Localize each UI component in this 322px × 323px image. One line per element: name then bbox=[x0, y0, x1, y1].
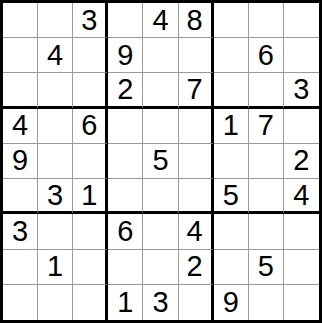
cell-r4c7-given[interactable]: 1 bbox=[214, 109, 249, 144]
cell-r8c8-given[interactable]: 5 bbox=[249, 250, 284, 285]
cell-r4c4[interactable] bbox=[108, 109, 143, 144]
cell-r5c2[interactable] bbox=[38, 144, 73, 179]
cell-r1c4[interactable] bbox=[108, 3, 143, 38]
cell-r3c5[interactable] bbox=[143, 73, 178, 108]
cell-r5c4[interactable] bbox=[108, 144, 143, 179]
cell-r6c5[interactable] bbox=[143, 179, 178, 214]
cell-r8c7[interactable] bbox=[214, 250, 249, 285]
cell-r5c5-given[interactable]: 5 bbox=[143, 144, 178, 179]
cell-r1c1[interactable] bbox=[3, 3, 38, 38]
cell-r6c9-given[interactable]: 4 bbox=[284, 179, 319, 214]
cell-r8c1[interactable] bbox=[3, 250, 38, 285]
cell-r9c6[interactable] bbox=[179, 285, 214, 320]
cell-r9c2[interactable] bbox=[38, 285, 73, 320]
cell-r7c9[interactable] bbox=[284, 214, 319, 249]
cell-r6c7-given[interactable]: 5 bbox=[214, 179, 249, 214]
cell-r4c3-given[interactable]: 6 bbox=[73, 109, 108, 144]
cell-r7c4-given[interactable]: 6 bbox=[108, 214, 143, 249]
cell-r5c8[interactable] bbox=[249, 144, 284, 179]
cell-r1c5-given[interactable]: 4 bbox=[143, 3, 178, 38]
cell-r5c7[interactable] bbox=[214, 144, 249, 179]
cell-r9c9[interactable] bbox=[284, 285, 319, 320]
cell-r7c1-given[interactable]: 3 bbox=[3, 214, 38, 249]
cell-r4c6[interactable] bbox=[179, 109, 214, 144]
cell-r3c2[interactable] bbox=[38, 73, 73, 108]
cell-r7c2[interactable] bbox=[38, 214, 73, 249]
cell-r2c1[interactable] bbox=[3, 38, 38, 73]
cell-r3c9-given[interactable]: 3 bbox=[284, 73, 319, 108]
cell-r4c8-given[interactable]: 7 bbox=[249, 109, 284, 144]
cell-r4c9[interactable] bbox=[284, 109, 319, 144]
cell-r4c1-given[interactable]: 4 bbox=[3, 109, 38, 144]
cell-r8c2-given[interactable]: 1 bbox=[38, 250, 73, 285]
cell-r9c5-given[interactable]: 3 bbox=[143, 285, 178, 320]
cell-r2c9[interactable] bbox=[284, 38, 319, 73]
cell-r2c6[interactable] bbox=[179, 38, 214, 73]
cell-r6c2-given[interactable]: 3 bbox=[38, 179, 73, 214]
cell-r3c4-given[interactable]: 2 bbox=[108, 73, 143, 108]
cell-r1c3-given[interactable]: 3 bbox=[73, 3, 108, 38]
cell-r8c4[interactable] bbox=[108, 250, 143, 285]
cell-r3c7[interactable] bbox=[214, 73, 249, 108]
cell-r8c5[interactable] bbox=[143, 250, 178, 285]
cell-r8c6-given[interactable]: 2 bbox=[179, 250, 214, 285]
cell-r6c8[interactable] bbox=[249, 179, 284, 214]
cell-r6c3-given[interactable]: 1 bbox=[73, 179, 108, 214]
cell-r9c3[interactable] bbox=[73, 285, 108, 320]
cell-r2c4-given[interactable]: 9 bbox=[108, 38, 143, 73]
cell-r5c1-given[interactable]: 9 bbox=[3, 144, 38, 179]
cell-r7c7[interactable] bbox=[214, 214, 249, 249]
cell-r6c6[interactable] bbox=[179, 179, 214, 214]
cell-r1c7[interactable] bbox=[214, 3, 249, 38]
cell-r3c1[interactable] bbox=[3, 73, 38, 108]
cell-r2c2-given[interactable]: 4 bbox=[38, 38, 73, 73]
cell-r7c8[interactable] bbox=[249, 214, 284, 249]
cell-r1c2[interactable] bbox=[38, 3, 73, 38]
cell-r8c3[interactable] bbox=[73, 250, 108, 285]
cell-r7c3[interactable] bbox=[73, 214, 108, 249]
cell-r1c9[interactable] bbox=[284, 3, 319, 38]
cell-r4c5[interactable] bbox=[143, 109, 178, 144]
cell-r1c8[interactable] bbox=[249, 3, 284, 38]
cell-r2c3[interactable] bbox=[73, 38, 108, 73]
cell-r6c4[interactable] bbox=[108, 179, 143, 214]
cell-r5c9-given[interactable]: 2 bbox=[284, 144, 319, 179]
cell-r9c1[interactable] bbox=[3, 285, 38, 320]
cell-r7c6-given[interactable]: 4 bbox=[179, 214, 214, 249]
sudoku-board: 34849627346179523154364125139 bbox=[0, 0, 322, 323]
cell-r2c8-given[interactable]: 6 bbox=[249, 38, 284, 73]
cell-r8c9[interactable] bbox=[284, 250, 319, 285]
cell-r9c8[interactable] bbox=[249, 285, 284, 320]
cell-r1c6-given[interactable]: 8 bbox=[179, 3, 214, 38]
cell-r3c3[interactable] bbox=[73, 73, 108, 108]
cell-r2c7[interactable] bbox=[214, 38, 249, 73]
cell-r6c1[interactable] bbox=[3, 179, 38, 214]
cell-r5c6[interactable] bbox=[179, 144, 214, 179]
cell-r2c5[interactable] bbox=[143, 38, 178, 73]
cell-r3c6-given[interactable]: 7 bbox=[179, 73, 214, 108]
cell-r4c2[interactable] bbox=[38, 109, 73, 144]
cell-r5c3[interactable] bbox=[73, 144, 108, 179]
cell-r9c4-given[interactable]: 1 bbox=[108, 285, 143, 320]
cell-r3c8[interactable] bbox=[249, 73, 284, 108]
cell-r7c5[interactable] bbox=[143, 214, 178, 249]
cell-r9c7-given[interactable]: 9 bbox=[214, 285, 249, 320]
